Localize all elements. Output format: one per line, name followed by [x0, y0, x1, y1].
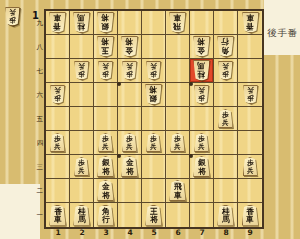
- koma-char: 将: [150, 216, 158, 225]
- koma-char: 将: [102, 192, 110, 201]
- koma-歩兵-top[interactable]: 歩兵: [50, 85, 65, 104]
- koma-char: 車: [174, 192, 182, 201]
- square-f3-r3[interactable]: 銀将: [94, 155, 118, 179]
- square-f5-r9[interactable]: [142, 11, 166, 35]
- koma-char: 歩: [126, 70, 132, 78]
- square-f2-r3[interactable]: 歩兵: [70, 155, 94, 179]
- koma-金将-bottom[interactable]: 金将: [97, 180, 114, 201]
- koma-歩兵-top[interactable]: 歩兵: [122, 61, 137, 80]
- rank-label-2: 二: [34, 179, 44, 203]
- koma-char: 兵: [126, 62, 132, 70]
- koma-歩兵-bottom[interactable]: 歩兵: [243, 157, 258, 176]
- square-f7-r5[interactable]: [190, 107, 214, 131]
- koma-char: 兵: [9, 8, 15, 16]
- square-f7-r4[interactable]: 歩兵: [190, 131, 214, 155]
- koma-桂馬-bottom[interactable]: 桂馬: [73, 205, 90, 226]
- koma-玉将-top[interactable]: 玉将: [97, 36, 114, 57]
- koma-銀将-top[interactable]: 銀将: [145, 84, 162, 105]
- koma-char: 歩: [247, 94, 253, 102]
- square-f1-r4[interactable]: 歩兵: [46, 131, 70, 155]
- koma-char: 兵: [150, 144, 156, 152]
- koma-char: 兵: [102, 144, 108, 152]
- square-f3-r2[interactable]: 金将: [94, 179, 118, 203]
- koma-char: 将: [102, 13, 110, 22]
- square-f9-r8[interactable]: [238, 35, 262, 59]
- rank-label-6: 六: [34, 83, 44, 107]
- koma-char: 銀: [102, 22, 110, 31]
- koma-角行-top[interactable]: 角行: [217, 36, 234, 57]
- file-label-2: 2: [70, 228, 94, 237]
- koma-char: 歩: [78, 70, 84, 78]
- square-f7-r6[interactable]: 歩兵: [190, 83, 214, 107]
- square-f6-r3[interactable]: [166, 155, 190, 179]
- square-f5-r6[interactable]: 銀将: [142, 83, 166, 107]
- square-f5-r3[interactable]: [142, 155, 166, 179]
- square-f5-r5[interactable]: [142, 107, 166, 131]
- square-f6-r8[interactable]: [166, 35, 190, 59]
- file-label-1: 1: [46, 228, 70, 237]
- square-f5-r7[interactable]: 歩兵: [142, 59, 166, 83]
- koma-char: 馬: [78, 216, 86, 225]
- koma-char: 行: [102, 216, 110, 225]
- hoshi-dot: [189, 82, 193, 86]
- koma-char: 角: [222, 46, 230, 55]
- koma-香車-bottom[interactable]: 香車: [49, 205, 66, 226]
- koma-char: 歩: [54, 94, 60, 102]
- koma-char: 兵: [174, 144, 180, 152]
- koma-歩兵-top[interactable]: 歩兵: [243, 85, 258, 104]
- koma-char: 将: [150, 85, 158, 94]
- koma-char: 将: [102, 37, 110, 46]
- koma-char: 銀: [150, 94, 158, 103]
- file-label-7: 7: [190, 228, 214, 237]
- koma-飛車-bottom[interactable]: 飛車: [169, 180, 186, 201]
- square-f8-r4[interactable]: [214, 131, 238, 155]
- koma-char: 香: [54, 22, 62, 31]
- square-f3-r1[interactable]: 角行: [94, 203, 118, 227]
- koma-char: 馬: [198, 61, 206, 70]
- square-f6-r9[interactable]: 飛車: [166, 11, 190, 35]
- square-f2-r1[interactable]: 桂馬: [70, 203, 94, 227]
- koma-歩兵-bottom[interactable]: 歩兵: [170, 133, 185, 152]
- koma-歩兵-top[interactable]: 歩兵: [5, 7, 20, 26]
- koma-char: 飛: [174, 22, 182, 31]
- koma-char: 行: [222, 37, 230, 46]
- koma-char: 桂: [78, 22, 86, 31]
- square-f8-r7[interactable]: 歩兵: [214, 59, 238, 83]
- square-f8-r2[interactable]: [214, 179, 238, 203]
- koma-char: 桂: [198, 70, 206, 79]
- square-f1-r2[interactable]: [46, 179, 70, 203]
- file-label-8: 8: [214, 228, 238, 237]
- hoshi-dot: [117, 82, 121, 86]
- square-f1-r8[interactable]: [46, 35, 70, 59]
- koma-歩兵-bottom[interactable]: 歩兵: [98, 133, 113, 152]
- koma-char: 歩: [150, 70, 156, 78]
- koma-銀将-top[interactable]: 銀将: [97, 12, 114, 33]
- koma-char: 兵: [126, 144, 132, 152]
- koma-char: 将: [102, 168, 110, 177]
- square-f3-r7[interactable]: 歩兵: [94, 59, 118, 83]
- square-f9-r2[interactable]: [238, 179, 262, 203]
- koma-char: 将: [198, 37, 206, 46]
- square-f4-r1[interactable]: [118, 203, 142, 227]
- hoshi-dot: [189, 154, 193, 158]
- koma-歩兵-bottom[interactable]: 歩兵: [218, 109, 233, 128]
- square-f1-r9[interactable]: 香車: [46, 11, 70, 35]
- koma-香車-top[interactable]: 香車: [49, 12, 66, 33]
- square-f6-r4[interactable]: 歩兵: [166, 131, 190, 155]
- square-f4-r8[interactable]: 金将: [118, 35, 142, 59]
- square-f8-r8[interactable]: 角行: [214, 35, 238, 59]
- koma-char: 金: [126, 46, 134, 55]
- koma-char: 兵: [247, 86, 253, 94]
- koma-char: 将: [126, 168, 134, 177]
- koma-歩兵-top[interactable]: 歩兵: [194, 85, 209, 104]
- square-f1-r1[interactable]: 香車: [46, 203, 70, 227]
- koma-char: 兵: [54, 144, 60, 152]
- square-f3-r8[interactable]: 玉将: [94, 35, 118, 59]
- rank-label-8: 八: [34, 35, 44, 59]
- rank-label-9: 九: [34, 11, 44, 35]
- koma-金将-top[interactable]: 金将: [193, 36, 210, 57]
- square-f2-r6[interactable]: [70, 83, 94, 107]
- square-f7-r1[interactable]: [190, 203, 214, 227]
- koma-char: 将: [126, 37, 134, 46]
- square-f2-r5[interactable]: [70, 107, 94, 131]
- koma-char: 歩: [9, 16, 15, 24]
- square-f9-r9[interactable]: 香車: [238, 11, 262, 35]
- square-f4-r7[interactable]: 歩兵: [118, 59, 142, 83]
- koma-香車-bottom[interactable]: 香車: [242, 205, 259, 226]
- rank-label-7: 七: [34, 59, 44, 83]
- square-f3-r5[interactable]: [94, 107, 118, 131]
- square-f9-r7[interactable]: [238, 59, 262, 83]
- koma-char: 兵: [222, 62, 228, 70]
- square-f5-r8[interactable]: [142, 35, 166, 59]
- square-f5-r4[interactable]: 歩兵: [142, 131, 166, 155]
- koma-char: 歩: [102, 70, 108, 78]
- koma-歩兵-bottom[interactable]: 歩兵: [146, 133, 161, 152]
- square-f7-r3[interactable]: 銀将: [190, 155, 214, 179]
- file-label-9: 9: [238, 228, 262, 237]
- koma-歩兵-bottom[interactable]: 歩兵: [50, 133, 65, 152]
- koma-金将-top[interactable]: 金将: [121, 36, 138, 57]
- square-f1-r5[interactable]: [46, 107, 70, 131]
- koma-char: 車: [174, 13, 182, 22]
- koma-歩兵-bottom[interactable]: 歩兵: [194, 133, 209, 152]
- square-f9-r3[interactable]: 歩兵: [238, 155, 262, 179]
- koma-char: 兵: [198, 144, 204, 152]
- square-f9-r6[interactable]: 歩兵: [238, 83, 262, 107]
- koma-char: 歩: [222, 70, 228, 78]
- rank-labels: 九八七六五四三二一: [34, 11, 44, 227]
- koma-金将-bottom[interactable]: 金将: [121, 156, 138, 177]
- koma-歩兵-top[interactable]: 歩兵: [218, 61, 233, 80]
- square-f2-r9[interactable]: 桂馬: [70, 11, 94, 35]
- koma-char: 車: [54, 13, 62, 22]
- rank-label-4: 四: [34, 131, 44, 155]
- koma-桂馬-top[interactable]: 桂馬: [193, 60, 210, 81]
- koma-歩兵-bottom[interactable]: 歩兵: [74, 157, 89, 176]
- koma-char: 玉: [102, 46, 110, 55]
- koma-char: 兵: [78, 62, 84, 70]
- file-labels: 123456789: [46, 228, 262, 237]
- koma-char: 車: [246, 216, 254, 225]
- square-f1-r3[interactable]: [46, 155, 70, 179]
- koma-飛車-top[interactable]: 飛車: [169, 12, 186, 33]
- koma-歩兵-top[interactable]: 歩兵: [98, 61, 113, 80]
- koma-角行-bottom[interactable]: 角行: [97, 205, 114, 226]
- koma-char: 香: [246, 22, 254, 31]
- rank-label-3: 三: [34, 155, 44, 179]
- koma-桂馬-top[interactable]: 桂馬: [73, 12, 90, 33]
- square-f6-r5[interactable]: [166, 107, 190, 131]
- square-f4-r5[interactable]: [118, 107, 142, 131]
- rank-label-5: 五: [34, 107, 44, 131]
- square-f7-r8[interactable]: 金将: [190, 35, 214, 59]
- koma-char: 車: [246, 13, 254, 22]
- koma-char: 兵: [102, 62, 108, 70]
- koma-char: 兵: [78, 168, 84, 176]
- koma-銀将-bottom[interactable]: 銀将: [193, 156, 210, 177]
- file-label-4: 4: [118, 228, 142, 237]
- square-f2-r2[interactable]: [70, 179, 94, 203]
- koma-char: 兵: [247, 168, 253, 176]
- square-f7-r7[interactable]: 桂馬: [190, 59, 214, 83]
- hoshi-dot: [117, 154, 121, 158]
- square-f4-r9[interactable]: [118, 11, 142, 35]
- koma-char: 馬: [78, 13, 86, 22]
- square-f3-r6[interactable]: [94, 83, 118, 107]
- square-f8-r6[interactable]: [214, 83, 238, 107]
- koma-char: 兵: [198, 86, 204, 94]
- square-f5-r1[interactable]: 王将: [142, 203, 166, 227]
- shogi-board[interactable]: 香車桂馬銀将飛車香車玉将金将金将角行歩兵歩兵歩兵歩兵桂馬歩兵歩兵銀将歩兵歩兵歩兵…: [44, 9, 264, 229]
- turn-indicator: 後手番: [265, 27, 300, 40]
- square-f2-r8[interactable]: [70, 35, 94, 59]
- square-f6-r1[interactable]: [166, 203, 190, 227]
- koma-char: 馬: [222, 216, 230, 225]
- koma-char: 金: [198, 46, 206, 55]
- square-f8-r9[interactable]: [214, 11, 238, 35]
- square-f8-r5[interactable]: 歩兵: [214, 107, 238, 131]
- square-f6-r6[interactable]: [166, 83, 190, 107]
- square-f4-r4[interactable]: 歩兵: [118, 131, 142, 155]
- koma-歩兵-top[interactable]: 歩兵: [146, 61, 161, 80]
- square-f9-r1[interactable]: 香車: [238, 203, 262, 227]
- square-f8-r3[interactable]: [214, 155, 238, 179]
- square-f6-r2[interactable]: 飛車: [166, 179, 190, 203]
- square-f3-r4[interactable]: 歩兵: [94, 131, 118, 155]
- square-f9-r5[interactable]: [238, 107, 262, 131]
- koma-桂馬-bottom[interactable]: 桂馬: [217, 205, 234, 226]
- koma-歩兵-top[interactable]: 歩兵: [74, 61, 89, 80]
- square-f7-r2[interactable]: [190, 179, 214, 203]
- square-f6-r7[interactable]: [166, 59, 190, 83]
- file-label-3: 3: [94, 228, 118, 237]
- square-f4-r2[interactable]: [118, 179, 142, 203]
- rank-label-1: 一: [34, 203, 44, 227]
- square-f1-r7[interactable]: [46, 59, 70, 83]
- koma-char: 歩: [198, 94, 204, 102]
- koma-char: 将: [198, 168, 206, 177]
- koma-char: 兵: [222, 120, 228, 128]
- koma-香車-top[interactable]: 香車: [242, 12, 259, 33]
- square-f5-r2[interactable]: [142, 179, 166, 203]
- square-f3-r9[interactable]: 銀将: [94, 11, 118, 35]
- square-f2-r7[interactable]: 歩兵: [70, 59, 94, 83]
- square-f8-r1[interactable]: 桂馬: [214, 203, 238, 227]
- square-f4-r6[interactable]: [118, 83, 142, 107]
- koma-銀将-bottom[interactable]: 銀将: [97, 156, 114, 177]
- square-f1-r6[interactable]: 歩兵: [46, 83, 70, 107]
- file-label-5: 5: [142, 228, 166, 237]
- file-label-6: 6: [166, 228, 190, 237]
- square-f4-r3[interactable]: 金将: [118, 155, 142, 179]
- square-f9-r4[interactable]: [238, 131, 262, 155]
- koma-char: 車: [54, 216, 62, 225]
- koma-王将-bottom[interactable]: 王将: [145, 205, 162, 226]
- koma-歩兵-bottom[interactable]: 歩兵: [122, 133, 137, 152]
- koma-char: 兵: [54, 86, 60, 94]
- koma-char: 兵: [150, 62, 156, 70]
- square-f2-r4[interactable]: [70, 131, 94, 155]
- square-f7-r9[interactable]: [190, 11, 214, 35]
